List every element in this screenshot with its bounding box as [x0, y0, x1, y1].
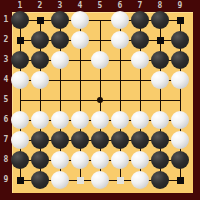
black-stone — [31, 31, 49, 49]
white-territory-marker — [77, 177, 84, 184]
intersection-7-5[interactable] — [130, 90, 150, 110]
white-stone — [71, 151, 89, 169]
board-intersections — [10, 10, 190, 190]
white-stone — [91, 171, 109, 189]
intersection-6-1[interactable] — [110, 10, 130, 30]
intersection-6-7[interactable] — [110, 130, 130, 150]
intersection-8-6[interactable] — [150, 110, 170, 130]
white-stone — [171, 71, 189, 89]
black-stone — [131, 11, 149, 29]
black-stone — [171, 151, 189, 169]
intersection-1-7[interactable] — [10, 130, 30, 150]
intersection-1-5[interactable] — [10, 90, 30, 110]
intersection-4-4[interactable] — [70, 70, 90, 90]
white-stone — [131, 51, 149, 69]
intersection-4-7[interactable] — [70, 130, 90, 150]
white-stone — [131, 111, 149, 129]
black-stone — [171, 51, 189, 69]
white-stone — [11, 131, 29, 149]
black-stone — [31, 171, 49, 189]
intersection-3-3[interactable] — [50, 50, 70, 70]
intersection-7-1[interactable] — [130, 10, 150, 30]
intersection-6-2[interactable] — [110, 30, 130, 50]
intersection-9-2[interactable] — [170, 30, 190, 50]
black-stone — [11, 151, 29, 169]
white-stone — [111, 151, 129, 169]
intersection-5-1[interactable] — [90, 10, 110, 30]
intersection-8-5[interactable] — [150, 90, 170, 110]
intersection-7-8[interactable] — [130, 150, 150, 170]
intersection-4-8[interactable] — [70, 150, 90, 170]
black-stone — [31, 51, 49, 69]
black-stone — [71, 131, 89, 149]
intersection-4-5[interactable] — [70, 90, 90, 110]
intersection-2-8[interactable] — [30, 150, 50, 170]
black-stone — [151, 151, 169, 169]
intersection-6-9[interactable] — [110, 170, 130, 190]
intersection-9-8[interactable] — [170, 150, 190, 170]
black-stone — [51, 11, 69, 29]
intersection-8-7[interactable] — [150, 130, 170, 150]
intersection-5-7[interactable] — [90, 130, 110, 150]
intersection-4-1[interactable] — [70, 10, 90, 30]
black-stone — [31, 131, 49, 149]
intersection-5-3[interactable] — [90, 50, 110, 70]
black-stone — [11, 11, 29, 29]
intersection-4-6[interactable] — [70, 110, 90, 130]
white-territory-marker — [117, 177, 124, 184]
intersection-3-8[interactable] — [50, 150, 70, 170]
intersection-8-3[interactable] — [150, 50, 170, 70]
white-stone — [91, 111, 109, 129]
intersection-8-9[interactable] — [150, 170, 170, 190]
white-stone — [71, 11, 89, 29]
white-stone — [111, 111, 129, 129]
intersection-9-6[interactable] — [170, 110, 190, 130]
black-stone — [151, 11, 169, 29]
black-territory-marker — [37, 17, 44, 24]
white-stone — [51, 51, 69, 69]
black-stone — [131, 131, 149, 149]
intersection-5-9[interactable] — [90, 170, 110, 190]
intersection-7-9[interactable] — [130, 170, 150, 190]
intersection-2-3[interactable] — [30, 50, 50, 70]
white-stone — [91, 51, 109, 69]
black-stone — [111, 131, 129, 149]
intersection-2-7[interactable] — [30, 130, 50, 150]
intersection-9-1[interactable] — [170, 10, 190, 30]
intersection-3-4[interactable] — [50, 70, 70, 90]
intersection-2-9[interactable] — [30, 170, 50, 190]
intersection-7-2[interactable] — [130, 30, 150, 50]
white-stone — [31, 71, 49, 89]
intersection-2-4[interactable] — [30, 70, 50, 90]
intersection-7-4[interactable] — [130, 70, 150, 90]
white-stone — [171, 111, 189, 129]
intersection-5-2[interactable] — [90, 30, 110, 50]
white-stone — [111, 31, 129, 49]
intersection-4-3[interactable] — [70, 50, 90, 70]
black-stone — [151, 51, 169, 69]
intersection-7-3[interactable] — [130, 50, 150, 70]
white-stone — [171, 131, 189, 149]
intersection-3-7[interactable] — [50, 130, 70, 150]
intersection-9-4[interactable] — [170, 70, 190, 90]
intersection-4-9[interactable] — [70, 170, 90, 190]
black-territory-marker — [157, 37, 164, 44]
intersection-6-5[interactable] — [110, 90, 130, 110]
white-stone — [51, 111, 69, 129]
white-stone — [151, 111, 169, 129]
intersection-2-1[interactable] — [30, 10, 50, 30]
intersection-5-6[interactable] — [90, 110, 110, 130]
white-stone — [51, 151, 69, 169]
black-territory-marker — [177, 17, 184, 24]
black-territory-marker — [17, 177, 24, 184]
white-stone — [131, 151, 149, 169]
black-stone — [151, 131, 169, 149]
intersection-8-2[interactable] — [150, 30, 170, 50]
intersection-3-5[interactable] — [50, 90, 70, 110]
intersection-2-6[interactable] — [30, 110, 50, 130]
white-stone — [91, 151, 109, 169]
white-stone — [31, 111, 49, 129]
black-territory-marker — [177, 177, 184, 184]
intersection-1-4[interactable] — [10, 70, 30, 90]
intersection-1-3[interactable] — [10, 50, 30, 70]
intersection-1-9[interactable] — [10, 170, 30, 190]
intersection-5-5[interactable] — [90, 90, 110, 110]
intersection-8-8[interactable] — [150, 150, 170, 170]
white-stone — [11, 71, 29, 89]
white-stone — [111, 11, 129, 29]
intersection-8-1[interactable] — [150, 10, 170, 30]
intersection-7-6[interactable] — [130, 110, 150, 130]
white-stone — [71, 111, 89, 129]
go-app-window: { "game": "go", "board_size": 9, "view":… — [0, 0, 200, 200]
intersection-9-5[interactable] — [170, 90, 190, 110]
intersection-3-9[interactable] — [50, 170, 70, 190]
hoshi-point — [97, 97, 103, 103]
intersection-1-1[interactable] — [10, 10, 30, 30]
intersection-1-8[interactable] — [10, 150, 30, 170]
intersection-9-9[interactable] — [170, 170, 190, 190]
intersection-9-3[interactable] — [170, 50, 190, 70]
intersection-5-8[interactable] — [90, 150, 110, 170]
intersection-3-2[interactable] — [50, 30, 70, 50]
black-stone — [51, 131, 69, 149]
black-stone — [51, 31, 69, 49]
white-stone — [131, 171, 149, 189]
white-stone — [71, 31, 89, 49]
black-stone — [131, 31, 149, 49]
black-stone — [31, 151, 49, 169]
intersection-2-2[interactable] — [30, 30, 50, 50]
intersection-6-8[interactable] — [110, 150, 130, 170]
intersection-6-4[interactable] — [110, 70, 130, 90]
intersection-5-4[interactable] — [90, 70, 110, 90]
intersection-9-7[interactable] — [170, 130, 190, 150]
black-territory-marker — [17, 37, 24, 44]
intersection-4-2[interactable] — [70, 30, 90, 50]
black-stone — [91, 131, 109, 149]
intersection-1-6[interactable] — [10, 110, 30, 130]
intersection-3-6[interactable] — [50, 110, 70, 130]
black-stone — [171, 31, 189, 49]
intersection-8-4[interactable] — [150, 70, 170, 90]
intersection-1-2[interactable] — [10, 30, 30, 50]
white-stone — [51, 171, 69, 189]
intersection-6-6[interactable] — [110, 110, 130, 130]
intersection-7-7[interactable] — [130, 130, 150, 150]
black-stone — [151, 171, 169, 189]
intersection-3-1[interactable] — [50, 10, 70, 30]
intersection-2-5[interactable] — [30, 90, 50, 110]
black-stone — [11, 51, 29, 69]
white-stone — [151, 71, 169, 89]
white-stone — [11, 111, 29, 129]
intersection-6-3[interactable] — [110, 50, 130, 70]
